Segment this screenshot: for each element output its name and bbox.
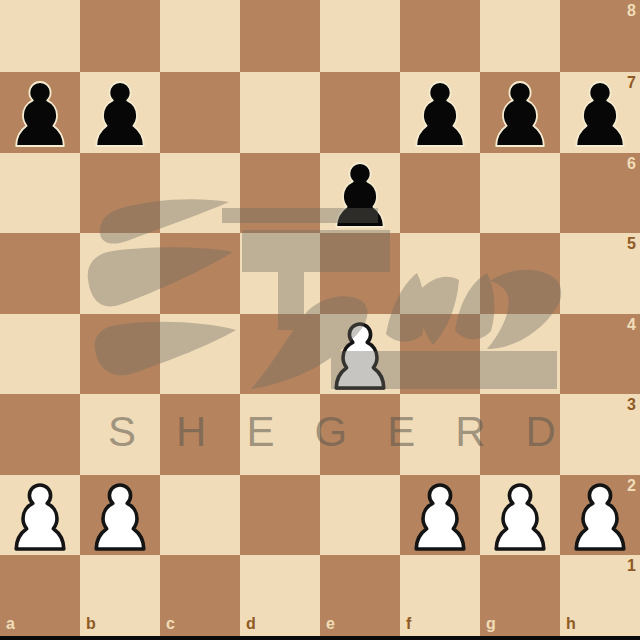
- file-label-h: h: [566, 616, 576, 632]
- white-pawn-b2[interactable]: [80, 475, 160, 556]
- rank-label-6: 6: [627, 156, 636, 172]
- square-g1[interactable]: g: [480, 555, 560, 636]
- black-pawn-b7[interactable]: [80, 72, 160, 153]
- square-g7[interactable]: [480, 72, 560, 153]
- square-b4[interactable]: [80, 314, 160, 395]
- square-c4[interactable]: [160, 314, 240, 395]
- square-e6[interactable]: [320, 153, 400, 234]
- white-pawn-glyph: [576, 485, 624, 549]
- square-c7[interactable]: [160, 72, 240, 153]
- black-pawn-e6[interactable]: [320, 153, 400, 234]
- square-a6[interactable]: [0, 153, 80, 234]
- file-label-f: f: [406, 616, 411, 632]
- white-pawn-f2[interactable]: [400, 475, 480, 556]
- square-b8[interactable]: [80, 0, 160, 72]
- square-f8[interactable]: [400, 0, 480, 72]
- square-a8[interactable]: [0, 0, 80, 72]
- white-pawn-g2[interactable]: [480, 475, 560, 556]
- square-d7[interactable]: [240, 72, 320, 153]
- black-pawn-glyph: [96, 82, 144, 146]
- black-pawn-a7[interactable]: [0, 72, 80, 153]
- file-label-a: a: [6, 616, 15, 632]
- square-a7[interactable]: [0, 72, 80, 153]
- square-c3[interactable]: [160, 394, 240, 475]
- rank-label-4: 4: [627, 317, 636, 333]
- chess-app-screen: 8765432abcdefg1h SHEGERD: [0, 0, 640, 640]
- square-a5[interactable]: [0, 233, 80, 314]
- square-g4[interactable]: [480, 314, 560, 395]
- square-e5[interactable]: [320, 233, 400, 314]
- square-h7[interactable]: 7: [560, 72, 640, 153]
- rank-label-1: 1: [627, 558, 636, 574]
- black-pawn-glyph: [496, 82, 544, 146]
- white-pawn-a2[interactable]: [0, 475, 80, 556]
- white-pawn-h2[interactable]: [560, 475, 640, 556]
- square-c2[interactable]: [160, 475, 240, 556]
- square-c6[interactable]: [160, 153, 240, 234]
- rank-label-3: 3: [627, 397, 636, 413]
- board-bottom-border: [0, 636, 640, 640]
- square-e2[interactable]: [320, 475, 400, 556]
- square-c1[interactable]: c: [160, 555, 240, 636]
- file-label-c: c: [166, 616, 175, 632]
- square-g5[interactable]: [480, 233, 560, 314]
- square-d3[interactable]: [240, 394, 320, 475]
- file-label-g: g: [486, 616, 496, 632]
- white-pawn-e4[interactable]: [320, 314, 400, 395]
- square-g2[interactable]: [480, 475, 560, 556]
- square-h3[interactable]: 3: [560, 394, 640, 475]
- square-f5[interactable]: [400, 233, 480, 314]
- square-b1[interactable]: b: [80, 555, 160, 636]
- square-h6[interactable]: 6: [560, 153, 640, 234]
- black-pawn-h7[interactable]: [560, 72, 640, 153]
- square-b2[interactable]: [80, 475, 160, 556]
- square-f6[interactable]: [400, 153, 480, 234]
- black-pawn-f7[interactable]: [400, 72, 480, 153]
- black-pawn-glyph: [336, 163, 384, 227]
- square-f2[interactable]: [400, 475, 480, 556]
- square-d4[interactable]: [240, 314, 320, 395]
- rank-label-5: 5: [627, 236, 636, 252]
- rank-label-8: 8: [627, 3, 636, 19]
- black-pawn-glyph: [416, 82, 464, 146]
- square-b7[interactable]: [80, 72, 160, 153]
- square-h4[interactable]: 4: [560, 314, 640, 395]
- chess-board: 8765432abcdefg1h: [0, 0, 640, 636]
- square-h1[interactable]: 1h: [560, 555, 640, 636]
- square-f1[interactable]: f: [400, 555, 480, 636]
- square-h8[interactable]: 8: [560, 0, 640, 72]
- square-b5[interactable]: [80, 233, 160, 314]
- file-label-d: d: [246, 616, 256, 632]
- square-g6[interactable]: [480, 153, 560, 234]
- square-b6[interactable]: [80, 153, 160, 234]
- square-e1[interactable]: e: [320, 555, 400, 636]
- white-pawn-glyph: [96, 485, 144, 549]
- square-e8[interactable]: [320, 0, 400, 72]
- square-f3[interactable]: [400, 394, 480, 475]
- white-pawn-glyph: [496, 485, 544, 549]
- square-d1[interactable]: d: [240, 555, 320, 636]
- file-label-e: e: [326, 616, 335, 632]
- file-label-b: b: [86, 616, 96, 632]
- square-c5[interactable]: [160, 233, 240, 314]
- square-d5[interactable]: [240, 233, 320, 314]
- square-f7[interactable]: [400, 72, 480, 153]
- white-pawn-glyph: [16, 485, 64, 549]
- square-c8[interactable]: [160, 0, 240, 72]
- black-pawn-g7[interactable]: [480, 72, 560, 153]
- square-a2[interactable]: [0, 475, 80, 556]
- square-d6[interactable]: [240, 153, 320, 234]
- square-d2[interactable]: [240, 475, 320, 556]
- black-pawn-glyph: [576, 82, 624, 146]
- square-h2[interactable]: 2: [560, 475, 640, 556]
- white-pawn-glyph: [416, 485, 464, 549]
- square-g8[interactable]: [480, 0, 560, 72]
- black-pawn-glyph: [16, 82, 64, 146]
- square-g3[interactable]: [480, 394, 560, 475]
- square-a3[interactable]: [0, 394, 80, 475]
- square-e3[interactable]: [320, 394, 400, 475]
- white-pawn-glyph: [336, 324, 384, 388]
- square-e4[interactable]: [320, 314, 400, 395]
- square-f4[interactable]: [400, 314, 480, 395]
- square-e7[interactable]: [320, 72, 400, 153]
- square-a4[interactable]: [0, 314, 80, 395]
- square-a1[interactable]: a: [0, 555, 80, 636]
- square-h5[interactable]: 5: [560, 233, 640, 314]
- square-d8[interactable]: [240, 0, 320, 72]
- square-b3[interactable]: [80, 394, 160, 475]
